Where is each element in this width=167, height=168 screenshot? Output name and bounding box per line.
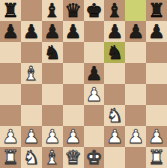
piece-black-queen-d8[interactable]: ♛ (65, 0, 82, 21)
piece-white-rook-a1[interactable]: ♜ (2, 147, 19, 168)
square-g5[interactable] (125, 63, 146, 84)
square-f8[interactable]: ♝ (104, 0, 125, 21)
square-a5[interactable] (0, 63, 21, 84)
square-c3[interactable] (42, 105, 63, 126)
square-b5[interactable]: ♝ (21, 63, 42, 84)
piece-black-rook-a8[interactable]: ♜ (2, 0, 19, 21)
piece-black-knight-c6[interactable]: ♞ (44, 42, 61, 63)
piece-white-pawn-a2[interactable]: ♟ (2, 126, 19, 147)
square-f6[interactable]: ♞ (104, 42, 125, 63)
square-b6[interactable] (21, 42, 42, 63)
piece-white-pawn-d2[interactable]: ♟ (65, 126, 82, 147)
square-e4[interactable]: ♟ (84, 84, 105, 105)
piece-black-rook-h8[interactable]: ♜ (148, 0, 165, 21)
piece-white-pawn-c2[interactable]: ♟ (44, 126, 61, 147)
square-f1[interactable] (104, 147, 125, 168)
piece-black-pawn-b7[interactable]: ♟ (23, 21, 40, 42)
piece-black-knight-f6[interactable]: ♞ (106, 42, 123, 63)
piece-black-pawn-g7[interactable]: ♟ (127, 21, 144, 42)
square-d4[interactable] (63, 84, 84, 105)
square-c6[interactable]: ♞ (42, 42, 63, 63)
square-b3[interactable] (21, 105, 42, 126)
square-c5[interactable] (42, 63, 63, 84)
piece-white-pawn-f2[interactable]: ♟ (106, 126, 123, 147)
square-e5[interactable]: ♟ (84, 63, 105, 84)
square-h4[interactable] (146, 84, 167, 105)
square-e1[interactable]: ♚ (84, 147, 105, 168)
piece-black-pawn-d7[interactable]: ♟ (65, 21, 82, 42)
square-d3[interactable] (63, 105, 84, 126)
piece-white-bishop-c1[interactable]: ♝ (44, 147, 61, 168)
square-f3[interactable]: ♞ (104, 105, 125, 126)
square-h7[interactable]: ♟ (146, 21, 167, 42)
square-g7[interactable]: ♟ (125, 21, 146, 42)
square-d2[interactable]: ♟ (63, 126, 84, 147)
piece-black-pawn-e5[interactable]: ♟ (85, 63, 102, 84)
piece-white-king-e1[interactable]: ♚ (85, 147, 102, 168)
square-c1[interactable]: ♝ (42, 147, 63, 168)
chess-board[interactable]: ♜♝♛♚♝♜♟♟♟♟♟♟♟♞♞♝♟♟♞♟♟♟♟♟♟♟♜♞♝♛♚♜ (0, 0, 167, 168)
square-g4[interactable] (125, 84, 146, 105)
piece-black-pawn-a7[interactable]: ♟ (2, 21, 19, 42)
square-e7[interactable] (84, 21, 105, 42)
piece-white-rook-h1[interactable]: ♜ (148, 147, 165, 168)
square-a3[interactable] (0, 105, 21, 126)
piece-white-knight-f3[interactable]: ♞ (106, 105, 123, 126)
square-e3[interactable] (84, 105, 105, 126)
square-e2[interactable] (84, 126, 105, 147)
square-g6[interactable] (125, 42, 146, 63)
square-h2[interactable]: ♟ (146, 126, 167, 147)
square-e8[interactable]: ♚ (84, 0, 105, 21)
square-g1[interactable] (125, 147, 146, 168)
piece-white-knight-b1[interactable]: ♞ (23, 147, 40, 168)
square-c7[interactable]: ♟ (42, 21, 63, 42)
square-b7[interactable]: ♟ (21, 21, 42, 42)
square-a4[interactable] (0, 84, 21, 105)
square-c8[interactable]: ♝ (42, 0, 63, 21)
square-a2[interactable]: ♟ (0, 126, 21, 147)
square-f4[interactable] (104, 84, 125, 105)
piece-black-pawn-h7[interactable]: ♟ (148, 21, 165, 42)
piece-white-pawn-g2[interactable]: ♟ (127, 126, 144, 147)
square-d8[interactable]: ♛ (63, 0, 84, 21)
piece-black-bishop-f8[interactable]: ♝ (106, 0, 123, 21)
square-f5[interactable] (104, 63, 125, 84)
square-a6[interactable] (0, 42, 21, 63)
square-a7[interactable]: ♟ (0, 21, 21, 42)
square-c2[interactable]: ♟ (42, 126, 63, 147)
square-b4[interactable] (21, 84, 42, 105)
square-b1[interactable]: ♞ (21, 147, 42, 168)
piece-black-bishop-c8[interactable]: ♝ (44, 0, 61, 21)
piece-white-queen-d1[interactable]: ♛ (65, 147, 82, 168)
square-a1[interactable]: ♜ (0, 147, 21, 168)
piece-white-pawn-e4[interactable]: ♟ (85, 84, 102, 105)
square-h5[interactable] (146, 63, 167, 84)
piece-black-pawn-c7[interactable]: ♟ (44, 21, 61, 42)
square-d7[interactable]: ♟ (63, 21, 84, 42)
square-e6[interactable] (84, 42, 105, 63)
square-d6[interactable] (63, 42, 84, 63)
square-c4[interactable] (42, 84, 63, 105)
square-g2[interactable]: ♟ (125, 126, 146, 147)
piece-black-pawn-f7[interactable]: ♟ (106, 21, 123, 42)
square-h6[interactable] (146, 42, 167, 63)
square-f2[interactable]: ♟ (104, 126, 125, 147)
piece-white-pawn-b2[interactable]: ♟ (23, 126, 40, 147)
square-h1[interactable]: ♜ (146, 147, 167, 168)
square-f7[interactable]: ♟ (104, 21, 125, 42)
square-d1[interactable]: ♛ (63, 147, 84, 168)
piece-black-king-e8[interactable]: ♚ (85, 0, 102, 21)
piece-white-bishop-b5[interactable]: ♝ (23, 63, 40, 84)
square-d5[interactable] (63, 63, 84, 84)
square-b8[interactable] (21, 0, 42, 21)
square-g3[interactable] (125, 105, 146, 126)
square-a8[interactable]: ♜ (0, 0, 21, 21)
square-g8[interactable] (125, 0, 146, 21)
square-h8[interactable]: ♜ (146, 0, 167, 21)
square-h3[interactable] (146, 105, 167, 126)
piece-white-pawn-h2[interactable]: ♟ (148, 126, 165, 147)
square-b2[interactable]: ♟ (21, 126, 42, 147)
